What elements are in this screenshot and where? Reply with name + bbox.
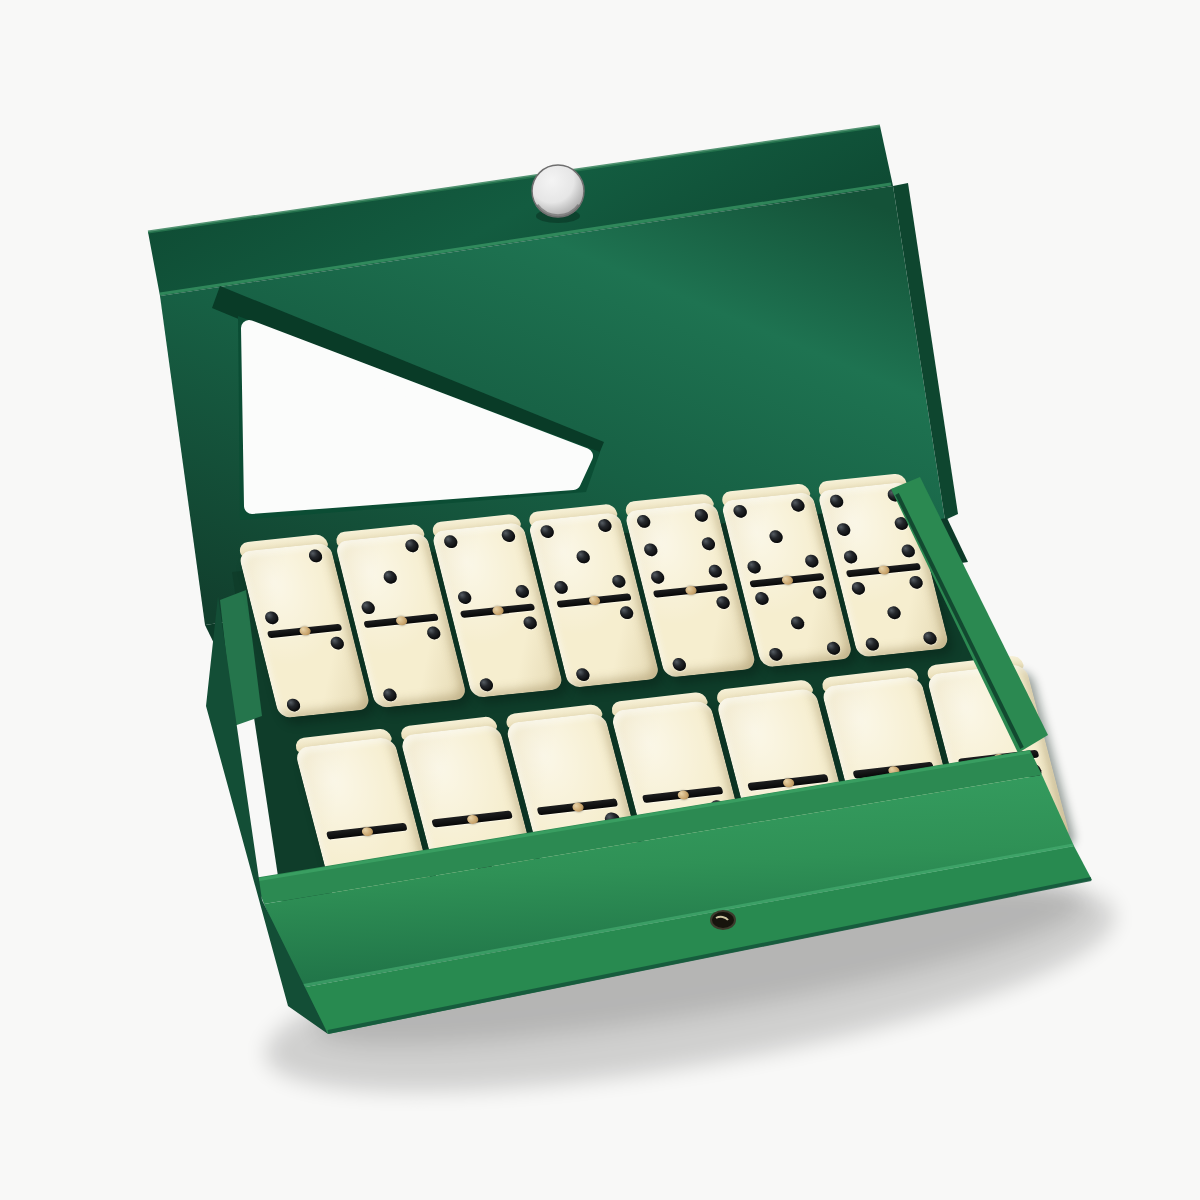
- pip: [829, 847, 848, 863]
- pip: [1024, 763, 1043, 779]
- tile-half-bottom: [845, 768, 966, 865]
- pip: [307, 549, 323, 563]
- pip: [768, 529, 784, 543]
- pip: [707, 564, 723, 578]
- tile-half-top: [238, 542, 349, 631]
- pip: [814, 787, 833, 803]
- pip: [851, 581, 867, 595]
- tile-half-top: [624, 502, 735, 591]
- pip: [522, 616, 538, 630]
- pip: [700, 537, 716, 551]
- tile-half-bottom: [645, 589, 756, 678]
- tile-half-top: [715, 688, 836, 785]
- tile-half-top: [817, 482, 928, 571]
- tile-half-bottom: [423, 817, 544, 914]
- pip: [643, 542, 659, 556]
- tile-half-bottom: [634, 793, 755, 890]
- tile-half-top: [527, 512, 638, 601]
- tile-half-bottom: [739, 781, 860, 878]
- pip: [636, 515, 652, 529]
- pip: [443, 535, 459, 549]
- pip: [514, 585, 530, 599]
- pip: [768, 647, 784, 661]
- pip: [919, 775, 938, 791]
- tile-half-bottom: [549, 599, 660, 688]
- tile-half-bottom: [838, 568, 949, 657]
- pip: [865, 637, 881, 651]
- tile-half-bottom: [318, 829, 439, 926]
- pip: [836, 522, 852, 536]
- pip: [286, 698, 302, 712]
- tile-half-top: [820, 676, 941, 773]
- pip: [843, 550, 859, 564]
- pip: [921, 631, 937, 645]
- pip: [825, 641, 841, 655]
- pip: [971, 800, 990, 816]
- pip: [685, 833, 704, 849]
- pip: [811, 585, 827, 599]
- tile-half-top: [399, 724, 520, 821]
- tile-half-top: [610, 700, 731, 797]
- pip: [650, 570, 666, 584]
- tile-half-top: [720, 492, 831, 581]
- pip: [329, 636, 345, 650]
- pip: [425, 626, 441, 640]
- pip: [978, 830, 997, 846]
- pip: [693, 509, 709, 523]
- pip: [900, 544, 916, 558]
- pip: [457, 591, 473, 605]
- pip: [500, 529, 516, 543]
- pip: [618, 605, 634, 619]
- pip: [404, 539, 420, 553]
- pip: [382, 688, 398, 702]
- tile-half-top: [926, 663, 1047, 760]
- pip: [873, 842, 892, 858]
- pip: [475, 857, 494, 873]
- pip: [708, 800, 727, 816]
- pip: [896, 808, 915, 824]
- tile-half-top: [505, 712, 626, 809]
- tile-half-bottom: [529, 805, 650, 902]
- tile-half-bottom: [356, 619, 467, 708]
- tile-half-bottom: [260, 629, 371, 718]
- pip: [790, 616, 806, 630]
- pip: [361, 601, 377, 615]
- pip: [907, 575, 923, 589]
- pip: [382, 570, 398, 584]
- pip: [768, 854, 787, 870]
- pip: [754, 591, 770, 605]
- pip: [886, 606, 902, 620]
- pip: [1040, 822, 1059, 838]
- tile-half-top: [431, 522, 542, 611]
- pip: [603, 812, 622, 828]
- pip: [803, 554, 819, 568]
- pip: [747, 560, 763, 574]
- pip: [610, 575, 626, 589]
- pip: [858, 782, 877, 798]
- pip: [893, 516, 909, 530]
- tile-half-top: [334, 532, 445, 621]
- pip: [479, 677, 495, 691]
- pip: [264, 611, 280, 625]
- pip: [715, 595, 731, 609]
- pip: [1032, 793, 1051, 809]
- tile-half-bottom: [453, 609, 564, 698]
- pip: [575, 667, 591, 681]
- pip: [557, 878, 576, 894]
- domino-set-photo: [0, 0, 1200, 1200]
- pip: [672, 657, 688, 671]
- pip: [789, 498, 805, 512]
- pip: [935, 835, 954, 851]
- pip: [963, 770, 982, 786]
- pip: [662, 866, 681, 882]
- pip: [752, 794, 771, 810]
- pip: [886, 488, 902, 502]
- tile-half-bottom: [950, 756, 1071, 853]
- pip: [829, 494, 845, 508]
- tile-half-bottom: [742, 578, 853, 667]
- pip: [540, 525, 556, 539]
- pip: [554, 581, 570, 595]
- pip: [733, 504, 749, 518]
- pip: [596, 519, 612, 533]
- pip: [575, 550, 591, 564]
- tile-half-top: [294, 737, 415, 834]
